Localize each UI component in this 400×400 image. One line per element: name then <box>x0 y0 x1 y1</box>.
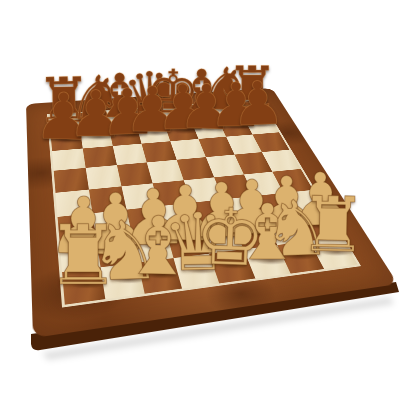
square-b1[interactable] <box>100 263 144 299</box>
chess-photo: ♜♞♝♛♚♝♞♜♟♟♟♟♟♟♟♟♟♟♟♟♟♟♟♟♜♞♝♛♚♝♞♜ <box>0 0 400 400</box>
square-a1[interactable] <box>62 268 105 305</box>
